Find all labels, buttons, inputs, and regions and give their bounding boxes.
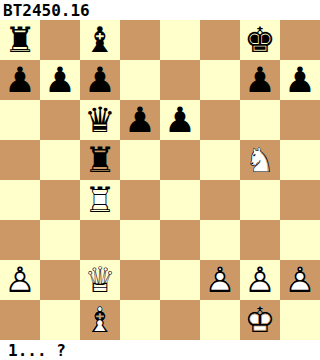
square-c2[interactable]: ♛♕ bbox=[80, 260, 120, 300]
square-c5[interactable]: ♜ bbox=[80, 140, 120, 180]
black-pawn-piece: ♟ bbox=[120, 100, 160, 140]
white-rook-piece: ♜ bbox=[80, 180, 120, 220]
square-f4[interactable] bbox=[200, 180, 240, 220]
square-a7[interactable]: ♟ bbox=[0, 60, 40, 100]
square-g7[interactable]: ♟ bbox=[240, 60, 280, 100]
square-g4[interactable] bbox=[240, 180, 280, 220]
square-e1[interactable] bbox=[160, 300, 200, 340]
square-h3[interactable] bbox=[280, 220, 320, 260]
white-queen-outline: ♕ bbox=[80, 260, 120, 300]
square-h7[interactable]: ♟ bbox=[280, 60, 320, 100]
square-b3[interactable] bbox=[40, 220, 80, 260]
square-d1[interactable] bbox=[120, 300, 160, 340]
square-h4[interactable] bbox=[280, 180, 320, 220]
puzzle-id-text: BT2450.16 bbox=[3, 1, 90, 20]
black-pawn-piece: ♟ bbox=[80, 60, 120, 100]
white-knight-piece: ♞ bbox=[240, 140, 280, 180]
square-f2[interactable]: ♟♙ bbox=[200, 260, 240, 300]
square-b8[interactable] bbox=[40, 20, 80, 60]
black-pawn-piece: ♟ bbox=[40, 60, 80, 100]
square-a5[interactable] bbox=[0, 140, 40, 180]
square-e5[interactable] bbox=[160, 140, 200, 180]
square-a4[interactable] bbox=[0, 180, 40, 220]
square-d4[interactable] bbox=[120, 180, 160, 220]
black-rook-piece: ♜ bbox=[0, 20, 40, 60]
black-pawn-piece: ♟ bbox=[0, 60, 40, 100]
square-h5[interactable] bbox=[280, 140, 320, 180]
square-c6[interactable]: ♛ bbox=[80, 100, 120, 140]
square-b6[interactable] bbox=[40, 100, 80, 140]
square-f1[interactable] bbox=[200, 300, 240, 340]
square-f3[interactable] bbox=[200, 220, 240, 260]
square-b7[interactable]: ♟ bbox=[40, 60, 80, 100]
white-pawn-piece: ♟ bbox=[240, 260, 280, 300]
square-h6[interactable] bbox=[280, 100, 320, 140]
white-king-outline: ♔ bbox=[240, 300, 280, 340]
square-d7[interactable] bbox=[120, 60, 160, 100]
puzzle-title: BT2450.16 bbox=[0, 0, 320, 20]
black-king-piece: ♚ bbox=[240, 20, 280, 60]
square-e8[interactable] bbox=[160, 20, 200, 60]
square-g2[interactable]: ♟♙ bbox=[240, 260, 280, 300]
square-b5[interactable] bbox=[40, 140, 80, 180]
white-pawn-outline: ♙ bbox=[240, 260, 280, 300]
white-rook-outline: ♖ bbox=[80, 180, 120, 220]
square-c8[interactable]: ♝ bbox=[80, 20, 120, 60]
square-a1[interactable] bbox=[0, 300, 40, 340]
square-d5[interactable] bbox=[120, 140, 160, 180]
square-d8[interactable] bbox=[120, 20, 160, 60]
square-c1[interactable]: ♝♗ bbox=[80, 300, 120, 340]
black-pawn-piece: ♟ bbox=[240, 60, 280, 100]
white-pawn-piece: ♟ bbox=[280, 260, 320, 300]
square-a6[interactable] bbox=[0, 100, 40, 140]
chess-board: ♜♝♚♟♟♟♟♟♛♟♟♜♞♘♜♖♟♙♛♕♟♙♟♙♟♙♝♗♚♔ bbox=[0, 20, 320, 340]
white-pawn-outline: ♙ bbox=[0, 260, 40, 300]
square-e3[interactable] bbox=[160, 220, 200, 260]
square-h2[interactable]: ♟♙ bbox=[280, 260, 320, 300]
square-c7[interactable]: ♟ bbox=[80, 60, 120, 100]
black-queen-piece: ♛ bbox=[80, 100, 120, 140]
square-a8[interactable]: ♜ bbox=[0, 20, 40, 60]
square-g3[interactable] bbox=[240, 220, 280, 260]
square-g8[interactable]: ♚ bbox=[240, 20, 280, 60]
white-pawn-piece: ♟ bbox=[0, 260, 40, 300]
black-pawn-piece: ♟ bbox=[280, 60, 320, 100]
square-f8[interactable] bbox=[200, 20, 240, 60]
square-f7[interactable] bbox=[200, 60, 240, 100]
move-prompt: 1... ? bbox=[0, 340, 320, 360]
square-e7[interactable] bbox=[160, 60, 200, 100]
square-d2[interactable] bbox=[120, 260, 160, 300]
black-rook-piece: ♜ bbox=[80, 140, 120, 180]
white-pawn-piece: ♟ bbox=[200, 260, 240, 300]
square-f5[interactable] bbox=[200, 140, 240, 180]
white-pawn-outline: ♙ bbox=[280, 260, 320, 300]
square-d3[interactable] bbox=[120, 220, 160, 260]
square-g1[interactable]: ♚♔ bbox=[240, 300, 280, 340]
square-b4[interactable] bbox=[40, 180, 80, 220]
square-e2[interactable] bbox=[160, 260, 200, 300]
square-b2[interactable] bbox=[40, 260, 80, 300]
white-queen-piece: ♛ bbox=[80, 260, 120, 300]
square-e4[interactable] bbox=[160, 180, 200, 220]
square-e6[interactable]: ♟ bbox=[160, 100, 200, 140]
white-bishop-piece: ♝ bbox=[80, 300, 120, 340]
move-prompt-text: 1... ? bbox=[8, 341, 66, 360]
square-h8[interactable] bbox=[280, 20, 320, 60]
black-bishop-piece: ♝ bbox=[80, 20, 120, 60]
square-a3[interactable] bbox=[0, 220, 40, 260]
black-pawn-piece: ♟ bbox=[160, 100, 200, 140]
white-bishop-outline: ♗ bbox=[80, 300, 120, 340]
square-g5[interactable]: ♞♘ bbox=[240, 140, 280, 180]
square-d6[interactable]: ♟ bbox=[120, 100, 160, 140]
square-c3[interactable] bbox=[80, 220, 120, 260]
square-b1[interactable] bbox=[40, 300, 80, 340]
square-a2[interactable]: ♟♙ bbox=[0, 260, 40, 300]
square-f6[interactable] bbox=[200, 100, 240, 140]
square-g6[interactable] bbox=[240, 100, 280, 140]
white-king-piece: ♚ bbox=[240, 300, 280, 340]
white-pawn-outline: ♙ bbox=[200, 260, 240, 300]
square-h1[interactable] bbox=[280, 300, 320, 340]
square-c4[interactable]: ♜♖ bbox=[80, 180, 120, 220]
white-knight-outline: ♘ bbox=[240, 140, 280, 180]
